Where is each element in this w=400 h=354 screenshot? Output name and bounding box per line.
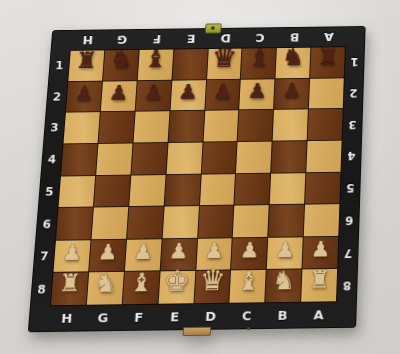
square-e3[interactable] <box>168 111 204 142</box>
square-f5[interactable] <box>129 175 165 207</box>
piece-wood-queen[interactable]: ♛ <box>199 267 226 296</box>
square-c1[interactable]: ♝ <box>241 48 276 78</box>
square-h6[interactable] <box>56 208 93 240</box>
coordinate-label: B <box>264 303 301 328</box>
coordinate-label: 5 <box>340 171 360 203</box>
square-c2[interactable]: ♟ <box>240 79 275 110</box>
square-g5[interactable] <box>94 175 130 207</box>
square-b5[interactable] <box>270 173 305 205</box>
square-h3[interactable] <box>63 112 99 143</box>
square-g3[interactable] <box>98 112 134 143</box>
table-speck <box>247 327 250 330</box>
box-hinge-icon <box>183 327 212 336</box>
piece-wood-pawn[interactable]: ♟ <box>239 240 260 262</box>
square-a8[interactable]: ♜ <box>301 269 337 301</box>
square-d6[interactable] <box>198 206 234 238</box>
square-c8[interactable]: ♝ <box>230 270 266 302</box>
piece-brown-rook[interactable]: ♜ <box>317 45 339 68</box>
piece-brown-pawn[interactable]: ♟ <box>178 82 198 103</box>
square-a4[interactable] <box>306 141 341 172</box>
square-f8[interactable]: ♝ <box>122 272 159 305</box>
square-f4[interactable] <box>131 143 167 174</box>
square-d4[interactable] <box>201 142 237 173</box>
piece-brown-pawn[interactable]: ♟ <box>213 82 233 103</box>
board-frame: HGFEDCBA 12345678 ♜♞♝♛♝♞♜♟♟♟♟♟♟♟♟♟♟♟♟♟♟♟… <box>28 26 366 332</box>
piece-brown-bishop[interactable]: ♝ <box>144 47 168 71</box>
square-a6[interactable] <box>304 204 339 236</box>
square-d3[interactable] <box>203 111 238 142</box>
piece-wood-pawn[interactable]: ♟ <box>168 241 189 263</box>
coordinate-label: C <box>228 303 265 328</box>
piece-wood-rook[interactable]: ♜ <box>58 271 82 296</box>
piece-wood-knight[interactable]: ♞ <box>93 270 118 296</box>
square-h7[interactable]: ♟ <box>53 240 90 272</box>
piece-brown-knight[interactable]: ♞ <box>282 45 305 69</box>
square-f1[interactable]: ♝ <box>137 49 172 79</box>
chess-board: HGFEDCBA 12345678 ♜♞♝♛♝♞♜♟♟♟♟♟♟♟♟♟♟♟♟♟♟♟… <box>28 26 366 332</box>
square-c4[interactable] <box>236 141 271 172</box>
piece-wood-knight[interactable]: ♞ <box>272 267 296 293</box>
piece-wood-pawn[interactable]: ♟ <box>62 242 83 264</box>
coordinate-label: F <box>120 305 158 330</box>
square-e8[interactable]: ♚ <box>158 271 195 304</box>
coordinate-label: 3 <box>343 108 362 140</box>
box-clasp-icon <box>205 23 222 33</box>
photo-background: HGFEDCBA 12345678 ♜♞♝♛♝♞♜♟♟♟♟♟♟♟♟♟♟♟♟♟♟♟… <box>0 0 400 354</box>
square-g1[interactable]: ♞ <box>103 50 139 80</box>
square-g2[interactable]: ♟ <box>101 81 137 112</box>
piece-brown-pawn[interactable]: ♟ <box>143 83 163 104</box>
square-f2[interactable]: ♟ <box>135 80 171 111</box>
piece-wood-pawn[interactable]: ♟ <box>133 241 154 263</box>
piece-wood-pawn[interactable]: ♟ <box>310 239 330 261</box>
coordinate-label: H <box>48 306 86 331</box>
square-d1[interactable]: ♛ <box>207 49 242 79</box>
square-h4[interactable] <box>61 144 97 175</box>
square-c6[interactable] <box>233 205 269 237</box>
piece-wood-pawn[interactable]: ♟ <box>204 240 225 262</box>
square-h5[interactable] <box>59 176 96 208</box>
piece-wood-bishop[interactable]: ♝ <box>236 268 260 294</box>
piece-brown-pawn[interactable]: ♟ <box>247 81 267 102</box>
square-f6[interactable] <box>127 207 163 239</box>
coordinate-label: E <box>173 29 209 49</box>
coordinate-label: A <box>300 302 337 327</box>
square-c5[interactable] <box>235 173 271 205</box>
square-b4[interactable] <box>271 141 306 172</box>
square-h2[interactable]: ♟ <box>66 81 102 112</box>
square-d2[interactable]: ♟ <box>205 79 240 110</box>
piece-brown-pawn[interactable]: ♟ <box>74 83 95 104</box>
square-e5[interactable] <box>164 174 200 206</box>
piece-brown-pawn[interactable]: ♟ <box>282 81 302 102</box>
coordinate-label: 1 <box>345 46 364 77</box>
frame-corner <box>336 302 356 327</box>
square-a5[interactable] <box>305 172 340 204</box>
piece-wood-king[interactable]: ♚ <box>163 267 191 296</box>
square-h1[interactable]: ♜ <box>68 50 104 80</box>
coordinate-label: D <box>192 304 229 329</box>
piece-brown-queen[interactable]: ♛ <box>211 45 237 72</box>
square-h8[interactable]: ♜ <box>51 273 88 306</box>
square-d5[interactable] <box>200 174 236 206</box>
piece-wood-rook[interactable]: ♜ <box>308 267 331 292</box>
coordinate-label: 6 <box>339 204 359 237</box>
square-g6[interactable] <box>91 207 128 239</box>
coordinate-label: 7 <box>338 236 358 269</box>
square-g8[interactable]: ♞ <box>87 272 124 305</box>
coordinate-label: 4 <box>341 140 361 172</box>
board-grid: ♜♞♝♛♝♞♜♟♟♟♟♟♟♟♟♟♟♟♟♟♟♟♜♞♝♚♛♝♞♜ <box>50 46 346 306</box>
square-b6[interactable] <box>268 205 304 237</box>
square-f3[interactable] <box>133 111 169 142</box>
frame-corner <box>346 27 365 46</box>
frame-corner <box>29 306 50 331</box>
frame-corner <box>52 31 72 50</box>
square-e1[interactable] <box>172 49 207 79</box>
piece-wood-pawn[interactable]: ♟ <box>275 239 295 261</box>
square-a2[interactable] <box>309 78 344 109</box>
piece-brown-bishop[interactable]: ♝ <box>247 46 271 70</box>
piece-wood-pawn[interactable]: ♟ <box>97 242 118 264</box>
square-b3[interactable] <box>273 110 308 141</box>
coordinate-label: G <box>84 305 122 330</box>
piece-brown-knight[interactable]: ♞ <box>109 48 133 72</box>
square-a7[interactable]: ♟ <box>303 237 339 269</box>
square-b1[interactable]: ♞ <box>276 48 311 78</box>
coordinate-label: 8 <box>337 269 357 302</box>
square-g4[interactable] <box>96 143 132 174</box>
coordinate-label: 2 <box>344 77 363 108</box>
piece-wood-bishop[interactable]: ♝ <box>129 269 154 295</box>
square-d8[interactable]: ♛ <box>194 271 230 304</box>
square-c3[interactable] <box>238 110 273 141</box>
square-b8[interactable]: ♞ <box>266 270 302 302</box>
square-a3[interactable] <box>308 109 343 140</box>
square-e6[interactable] <box>162 206 198 238</box>
square-b2[interactable]: ♟ <box>274 78 309 109</box>
square-e4[interactable] <box>166 142 202 173</box>
coordinate-label: E <box>156 304 193 329</box>
piece-brown-rook[interactable]: ♜ <box>75 48 98 71</box>
square-e2[interactable]: ♟ <box>170 80 205 111</box>
square-a1[interactable]: ♜ <box>310 47 345 77</box>
piece-brown-pawn[interactable]: ♟ <box>109 83 129 104</box>
